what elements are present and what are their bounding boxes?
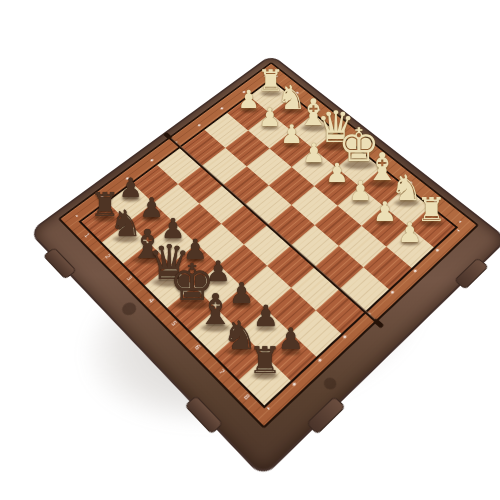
case-foot <box>306 396 346 435</box>
case-foot <box>43 247 77 279</box>
chess-set-product-photo: 12345678 ♜︎♞︎♝︎♛︎♚︎♝︎♞︎♜︎♟︎♟︎♟︎♟︎♟︎♟︎♟︎♟… <box>0 0 500 500</box>
case-foot <box>454 257 489 289</box>
